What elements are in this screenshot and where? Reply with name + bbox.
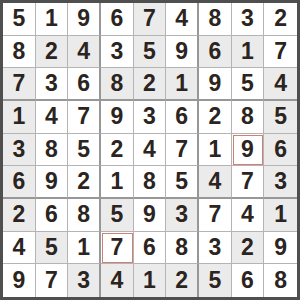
cell-r8c9[interactable]: 9: [264, 232, 297, 265]
cell-r1c2[interactable]: 1: [36, 3, 69, 36]
cell-r2c8[interactable]: 1: [232, 36, 265, 69]
cell-r6c4[interactable]: 1: [101, 166, 134, 199]
cell-r8c3[interactable]: 1: [68, 232, 101, 265]
cell-r4c7[interactable]: 2: [199, 101, 232, 134]
cell-r3c3[interactable]: 6: [68, 68, 101, 101]
cell-r2c5[interactable]: 5: [134, 36, 167, 69]
cell-r4c8[interactable]: 8: [232, 101, 265, 134]
cell-r6c2[interactable]: 9: [36, 166, 69, 199]
cell-r8c1[interactable]: 4: [3, 232, 36, 265]
cell-r4c3[interactable]: 7: [68, 101, 101, 134]
cell-r5c4[interactable]: 2: [101, 134, 134, 167]
cell-r8c2[interactable]: 5: [36, 232, 69, 265]
cell-r4c1[interactable]: 1: [3, 101, 36, 134]
cell-r9c2[interactable]: 7: [36, 264, 69, 297]
cell-r6c6[interactable]: 5: [166, 166, 199, 199]
cell-r7c6[interactable]: 3: [166, 199, 199, 232]
cell-r5c2[interactable]: 8: [36, 134, 69, 167]
cell-r7c4[interactable]: 5: [101, 199, 134, 232]
cell-r3c9[interactable]: 4: [264, 68, 297, 101]
cell-r9c5[interactable]: 1: [134, 264, 167, 297]
cell-r2c7[interactable]: 6: [199, 36, 232, 69]
cell-r7c9[interactable]: 1: [264, 199, 297, 232]
cell-r8c6[interactable]: 8: [166, 232, 199, 265]
cell-r9c9[interactable]: 8: [264, 264, 297, 297]
cell-r5c5[interactable]: 4: [134, 134, 167, 167]
cell-r4c5[interactable]: 3: [134, 101, 167, 134]
cell-r8c4-highlighted[interactable]: 7: [101, 232, 134, 265]
cell-r2c6[interactable]: 9: [166, 36, 199, 69]
cell-r1c8[interactable]: 3: [232, 3, 265, 36]
cell-r2c4[interactable]: 3: [101, 36, 134, 69]
sudoku-board: 5196748328243596177368219541479362853852…: [0, 0, 300, 300]
cell-r3c8[interactable]: 5: [232, 68, 265, 101]
cell-r6c7[interactable]: 4: [199, 166, 232, 199]
cell-r9c4[interactable]: 4: [101, 264, 134, 297]
cell-r8c8[interactable]: 2: [232, 232, 265, 265]
cell-r9c8[interactable]: 6: [232, 264, 265, 297]
cell-r6c3[interactable]: 2: [68, 166, 101, 199]
cell-r4c6[interactable]: 6: [166, 101, 199, 134]
cell-r7c7[interactable]: 7: [199, 199, 232, 232]
cell-r4c4[interactable]: 9: [101, 101, 134, 134]
cell-r4c9[interactable]: 5: [264, 101, 297, 134]
cell-r7c1[interactable]: 2: [3, 199, 36, 232]
cell-r6c9[interactable]: 3: [264, 166, 297, 199]
cell-r5c8-highlighted[interactable]: 9: [232, 134, 265, 167]
cell-r5c6[interactable]: 7: [166, 134, 199, 167]
cell-r1c6[interactable]: 4: [166, 3, 199, 36]
cell-r3c1[interactable]: 7: [3, 68, 36, 101]
cell-r6c8[interactable]: 7: [232, 166, 265, 199]
cell-r3c6[interactable]: 1: [166, 68, 199, 101]
cell-r8c7[interactable]: 3: [199, 232, 232, 265]
cell-r1c3[interactable]: 9: [68, 3, 101, 36]
cell-r5c1[interactable]: 3: [3, 134, 36, 167]
cell-r6c1[interactable]: 6: [3, 166, 36, 199]
cell-r2c3[interactable]: 4: [68, 36, 101, 69]
cell-r2c2[interactable]: 2: [36, 36, 69, 69]
cell-r9c6[interactable]: 2: [166, 264, 199, 297]
cell-r1c9[interactable]: 2: [264, 3, 297, 36]
cell-r2c9[interactable]: 7: [264, 36, 297, 69]
cell-r6c5[interactable]: 8: [134, 166, 167, 199]
cell-r4c2[interactable]: 4: [36, 101, 69, 134]
cell-r5c9[interactable]: 6: [264, 134, 297, 167]
cell-r7c5[interactable]: 9: [134, 199, 167, 232]
cell-r3c4[interactable]: 8: [101, 68, 134, 101]
cell-r1c5[interactable]: 7: [134, 3, 167, 36]
cell-r3c7[interactable]: 9: [199, 68, 232, 101]
cell-r7c8[interactable]: 4: [232, 199, 265, 232]
cell-r9c7[interactable]: 5: [199, 264, 232, 297]
cell-r2c1[interactable]: 8: [3, 36, 36, 69]
cell-r1c4[interactable]: 6: [101, 3, 134, 36]
cell-r9c3[interactable]: 3: [68, 264, 101, 297]
cell-r5c3[interactable]: 5: [68, 134, 101, 167]
cell-r7c2[interactable]: 6: [36, 199, 69, 232]
cell-r3c5[interactable]: 2: [134, 68, 167, 101]
cell-r1c7[interactable]: 8: [199, 3, 232, 36]
cell-r1c1[interactable]: 5: [3, 3, 36, 36]
cell-r3c2[interactable]: 3: [36, 68, 69, 101]
cell-r8c5[interactable]: 6: [134, 232, 167, 265]
cell-r7c3[interactable]: 8: [68, 199, 101, 232]
cell-r9c1[interactable]: 9: [3, 264, 36, 297]
cell-r5c7[interactable]: 1: [199, 134, 232, 167]
